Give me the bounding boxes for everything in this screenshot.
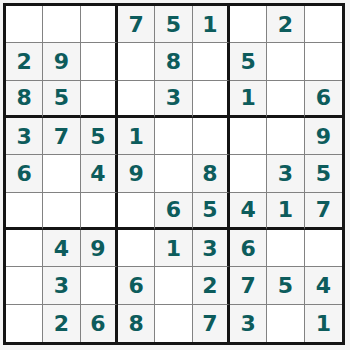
sudoku-board: 7512298585316375196498356541749136362754… <box>3 3 345 345</box>
cell-r6c6: 5 <box>193 193 230 230</box>
cell-r5c9: 5 <box>305 155 342 192</box>
cell-r2c9[interactable] <box>305 43 342 80</box>
cell-r1c6: 1 <box>193 6 230 43</box>
cell-r3c6[interactable] <box>193 81 230 118</box>
cell-r4c7[interactable] <box>230 118 267 155</box>
cell-r8c4: 6 <box>118 267 155 304</box>
cell-r3c3[interactable] <box>81 81 118 118</box>
cell-r7c7: 6 <box>230 230 267 267</box>
cell-r5c1: 6 <box>6 155 43 192</box>
cell-r3c1: 8 <box>6 81 43 118</box>
cell-r7c2: 4 <box>43 230 80 267</box>
cell-r1c7[interactable] <box>230 6 267 43</box>
cell-r3c9: 6 <box>305 81 342 118</box>
cell-r7c3: 9 <box>81 230 118 267</box>
cell-r1c5: 5 <box>155 6 192 43</box>
cell-r9c6: 7 <box>193 305 230 342</box>
cell-r4c8[interactable] <box>267 118 304 155</box>
cell-r2c6[interactable] <box>193 43 230 80</box>
cell-r5c4: 9 <box>118 155 155 192</box>
cell-r6c1[interactable] <box>6 193 43 230</box>
cell-r9c3: 6 <box>81 305 118 342</box>
cell-r6c3[interactable] <box>81 193 118 230</box>
cell-r6c7: 4 <box>230 193 267 230</box>
cell-r4c5[interactable] <box>155 118 192 155</box>
cell-r2c3[interactable] <box>81 43 118 80</box>
cell-r9c1[interactable] <box>6 305 43 342</box>
cell-r3c5: 3 <box>155 81 192 118</box>
cell-r8c9: 4 <box>305 267 342 304</box>
cell-r2c4[interactable] <box>118 43 155 80</box>
cell-r6c4[interactable] <box>118 193 155 230</box>
cell-r3c8[interactable] <box>267 81 304 118</box>
cell-r1c4: 7 <box>118 6 155 43</box>
cell-r8c6: 2 <box>193 267 230 304</box>
cell-r9c4: 8 <box>118 305 155 342</box>
cell-r8c8: 5 <box>267 267 304 304</box>
cell-r5c3: 4 <box>81 155 118 192</box>
cell-r5c5[interactable] <box>155 155 192 192</box>
cell-r9c7: 3 <box>230 305 267 342</box>
cell-r9c2: 2 <box>43 305 80 342</box>
cell-r9c9: 1 <box>305 305 342 342</box>
cell-r1c9[interactable] <box>305 6 342 43</box>
cell-r2c7: 5 <box>230 43 267 80</box>
cell-r8c2: 3 <box>43 267 80 304</box>
cell-r7c1[interactable] <box>6 230 43 267</box>
cell-r5c7[interactable] <box>230 155 267 192</box>
cell-r7c4[interactable] <box>118 230 155 267</box>
cell-r5c6: 8 <box>193 155 230 192</box>
cell-r6c2[interactable] <box>43 193 80 230</box>
cell-r1c2[interactable] <box>43 6 80 43</box>
cell-r2c5: 8 <box>155 43 192 80</box>
cell-r7c5: 1 <box>155 230 192 267</box>
cell-r3c2: 5 <box>43 81 80 118</box>
cell-r6c5: 6 <box>155 193 192 230</box>
cell-r6c8: 1 <box>267 193 304 230</box>
cell-r3c7: 1 <box>230 81 267 118</box>
cell-r2c8[interactable] <box>267 43 304 80</box>
cell-r8c1[interactable] <box>6 267 43 304</box>
cell-r8c7: 7 <box>230 267 267 304</box>
cell-r7c8[interactable] <box>267 230 304 267</box>
cell-r7c6: 3 <box>193 230 230 267</box>
cell-r7c9[interactable] <box>305 230 342 267</box>
cell-r8c3[interactable] <box>81 267 118 304</box>
cell-r1c1[interactable] <box>6 6 43 43</box>
cell-r4c3: 5 <box>81 118 118 155</box>
cell-r3c4[interactable] <box>118 81 155 118</box>
cell-r8c5[interactable] <box>155 267 192 304</box>
cell-r9c8[interactable] <box>267 305 304 342</box>
cell-r1c3[interactable] <box>81 6 118 43</box>
cell-r1c8: 2 <box>267 6 304 43</box>
cell-r2c1: 2 <box>6 43 43 80</box>
cell-r4c4: 1 <box>118 118 155 155</box>
cell-r2c2: 9 <box>43 43 80 80</box>
cell-r4c9: 9 <box>305 118 342 155</box>
cell-r6c9: 7 <box>305 193 342 230</box>
cell-r5c2[interactable] <box>43 155 80 192</box>
cell-r4c1: 3 <box>6 118 43 155</box>
cell-r4c6[interactable] <box>193 118 230 155</box>
cell-r4c2: 7 <box>43 118 80 155</box>
sudoku-board-wrapper: 7512298585316375196498356541749136362754… <box>3 3 345 345</box>
cell-r9c5[interactable] <box>155 305 192 342</box>
cell-r5c8: 3 <box>267 155 304 192</box>
